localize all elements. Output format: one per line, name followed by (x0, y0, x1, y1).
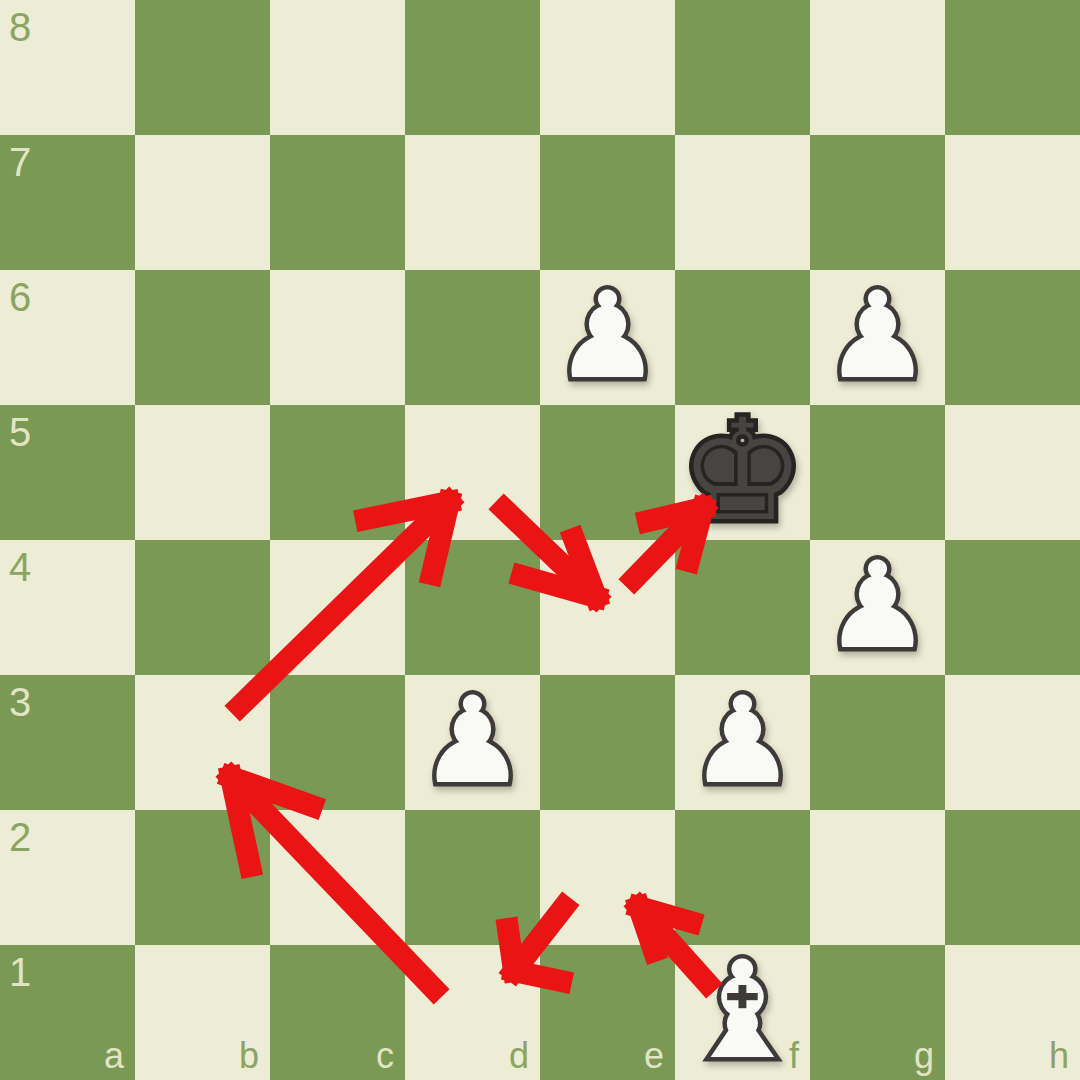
square-d2[interactable] (405, 810, 540, 945)
square-c6[interactable] (270, 270, 405, 405)
file-label-g: g (914, 1038, 934, 1074)
square-h4[interactable] (945, 540, 1080, 675)
square-a2[interactable]: 2 (0, 810, 135, 945)
square-c1[interactable]: c (270, 945, 405, 1080)
square-e3[interactable] (540, 675, 675, 810)
square-e5[interactable] (540, 405, 675, 540)
square-d7[interactable] (405, 135, 540, 270)
square-f3[interactable] (675, 675, 810, 810)
board-squares: 87654321abcdefgh (0, 0, 1080, 1080)
rank-label-7: 7 (9, 142, 31, 182)
square-a7[interactable]: 7 (0, 135, 135, 270)
square-h5[interactable] (945, 405, 1080, 540)
square-g7[interactable] (810, 135, 945, 270)
square-h2[interactable] (945, 810, 1080, 945)
square-b3[interactable] (135, 675, 270, 810)
square-e8[interactable] (540, 0, 675, 135)
file-label-a: a (104, 1038, 124, 1074)
square-d4[interactable] (405, 540, 540, 675)
square-g2[interactable] (810, 810, 945, 945)
square-a5[interactable]: 5 (0, 405, 135, 540)
file-label-f: f (789, 1038, 799, 1074)
rank-label-4: 4 (9, 547, 31, 587)
square-e2[interactable] (540, 810, 675, 945)
square-b1[interactable]: b (135, 945, 270, 1080)
file-label-d: d (509, 1038, 529, 1074)
square-g1[interactable]: g (810, 945, 945, 1080)
rank-label-5: 5 (9, 412, 31, 452)
square-h8[interactable] (945, 0, 1080, 135)
square-d6[interactable] (405, 270, 540, 405)
square-e6[interactable] (540, 270, 675, 405)
rank-label-8: 8 (9, 7, 31, 47)
square-b2[interactable] (135, 810, 270, 945)
square-f8[interactable] (675, 0, 810, 135)
square-b4[interactable] (135, 540, 270, 675)
square-c5[interactable] (270, 405, 405, 540)
rank-label-3: 3 (9, 682, 31, 722)
square-d1[interactable]: d (405, 945, 540, 1080)
square-f4[interactable] (675, 540, 810, 675)
square-f1[interactable]: f (675, 945, 810, 1080)
file-label-e: e (644, 1038, 664, 1074)
square-g5[interactable] (810, 405, 945, 540)
square-b8[interactable] (135, 0, 270, 135)
square-f5[interactable] (675, 405, 810, 540)
file-label-b: b (239, 1038, 259, 1074)
rank-label-6: 6 (9, 277, 31, 317)
rank-label-2: 2 (9, 817, 31, 857)
square-a3[interactable]: 3 (0, 675, 135, 810)
square-c4[interactable] (270, 540, 405, 675)
square-d8[interactable] (405, 0, 540, 135)
square-f6[interactable] (675, 270, 810, 405)
square-e7[interactable] (540, 135, 675, 270)
square-a4[interactable]: 4 (0, 540, 135, 675)
square-h6[interactable] (945, 270, 1080, 405)
square-f7[interactable] (675, 135, 810, 270)
square-d3[interactable] (405, 675, 540, 810)
square-g3[interactable] (810, 675, 945, 810)
square-h1[interactable]: h (945, 945, 1080, 1080)
square-g4[interactable] (810, 540, 945, 675)
square-h3[interactable] (945, 675, 1080, 810)
square-g6[interactable] (810, 270, 945, 405)
square-c3[interactable] (270, 675, 405, 810)
rank-label-1: 1 (9, 952, 31, 992)
square-c7[interactable] (270, 135, 405, 270)
square-b7[interactable] (135, 135, 270, 270)
square-a8[interactable]: 8 (0, 0, 135, 135)
square-a6[interactable]: 6 (0, 270, 135, 405)
square-g8[interactable] (810, 0, 945, 135)
chess-board: 87654321abcdefgh (0, 0, 1080, 1080)
square-e4[interactable] (540, 540, 675, 675)
square-d5[interactable] (405, 405, 540, 540)
square-a1[interactable]: 1a (0, 945, 135, 1080)
square-e1[interactable]: e (540, 945, 675, 1080)
file-label-h: h (1049, 1038, 1069, 1074)
square-f2[interactable] (675, 810, 810, 945)
square-b5[interactable] (135, 405, 270, 540)
square-c8[interactable] (270, 0, 405, 135)
square-b6[interactable] (135, 270, 270, 405)
square-c2[interactable] (270, 810, 405, 945)
file-label-c: c (376, 1038, 394, 1074)
square-h7[interactable] (945, 135, 1080, 270)
